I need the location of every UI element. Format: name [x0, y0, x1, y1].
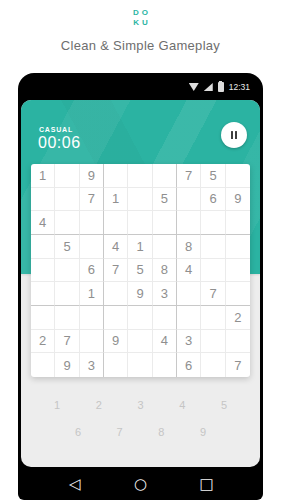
- sudoku-cell[interactable]: 7: [226, 353, 250, 377]
- sudoku-cell[interactable]: 6: [201, 188, 225, 212]
- sudoku-cell[interactable]: [55, 282, 79, 306]
- sudoku-cell[interactable]: 8: [177, 235, 201, 259]
- sudoku-cell[interactable]: 6: [177, 353, 201, 377]
- sudoku-cell[interactable]: 8: [153, 259, 177, 283]
- app-screen: CASUAL 00:06 197571569454186758419372279…: [21, 100, 260, 467]
- sudoku-cell[interactable]: [104, 211, 128, 235]
- sudoku-cell[interactable]: [226, 164, 250, 188]
- sudoku-cell[interactable]: [55, 306, 79, 330]
- sudoku-cell[interactable]: [80, 211, 104, 235]
- wifi-icon: [189, 83, 199, 91]
- sudoku-cell[interactable]: 7: [80, 188, 104, 212]
- sudoku-cell[interactable]: 6: [80, 259, 104, 283]
- home-icon[interactable]: ○: [133, 476, 149, 492]
- difficulty-label: CASUAL: [39, 126, 73, 133]
- sudoku-cell[interactable]: [55, 259, 79, 283]
- sudoku-cell[interactable]: [31, 188, 55, 212]
- back-icon[interactable]: ◁: [67, 476, 83, 492]
- sudoku-cell[interactable]: [31, 353, 55, 377]
- sudoku-cell[interactable]: [128, 353, 152, 377]
- sudoku-cell[interactable]: [226, 330, 250, 354]
- sudoku-cell[interactable]: [177, 211, 201, 235]
- sudoku-cell[interactable]: 7: [201, 282, 225, 306]
- sudoku-cell[interactable]: 9: [55, 353, 79, 377]
- picker-number-3[interactable]: 3: [133, 397, 149, 413]
- sudoku-cell[interactable]: [80, 330, 104, 354]
- sudoku-cell[interactable]: [104, 306, 128, 330]
- doku-logo: DO KU: [0, 8, 281, 28]
- sudoku-cell[interactable]: 5: [153, 188, 177, 212]
- sudoku-cell[interactable]: [31, 282, 55, 306]
- sudoku-cell[interactable]: [153, 353, 177, 377]
- sudoku-cell[interactable]: 3: [80, 353, 104, 377]
- sudoku-cell[interactable]: [177, 188, 201, 212]
- sudoku-board: 197571569454186758419372279439367: [31, 164, 250, 377]
- sudoku-cell[interactable]: [153, 164, 177, 188]
- sudoku-cell[interactable]: [55, 211, 79, 235]
- status-time: 12:31: [229, 82, 250, 92]
- number-picker-row-2: 6789: [21, 424, 260, 440]
- picker-number-9[interactable]: 9: [195, 424, 211, 440]
- picker-number-4[interactable]: 4: [174, 397, 190, 413]
- sudoku-cell[interactable]: [80, 235, 104, 259]
- sudoku-cell[interactable]: [226, 211, 250, 235]
- sudoku-cell[interactable]: 5: [55, 235, 79, 259]
- sudoku-cell[interactable]: 9: [128, 282, 152, 306]
- pause-icon: [235, 131, 237, 139]
- sudoku-cell[interactable]: [128, 306, 152, 330]
- cellular-icon: [204, 83, 213, 91]
- sudoku-cell[interactable]: 3: [153, 282, 177, 306]
- sudoku-cell[interactable]: 7: [104, 259, 128, 283]
- picker-number-7[interactable]: 7: [112, 424, 128, 440]
- picker-number-1[interactable]: 1: [49, 397, 65, 413]
- sudoku-cell[interactable]: [177, 282, 201, 306]
- sudoku-cell[interactable]: [128, 164, 152, 188]
- sudoku-cell[interactable]: [201, 235, 225, 259]
- sudoku-cell[interactable]: [201, 353, 225, 377]
- sudoku-cell[interactable]: 2: [226, 306, 250, 330]
- sudoku-cell[interactable]: 3: [177, 330, 201, 354]
- sudoku-cell[interactable]: [153, 235, 177, 259]
- sudoku-cell[interactable]: [31, 306, 55, 330]
- sudoku-cell[interactable]: [128, 211, 152, 235]
- timer-value: 00:06: [38, 134, 81, 152]
- pause-button[interactable]: [221, 122, 247, 148]
- sudoku-cell[interactable]: [153, 306, 177, 330]
- sudoku-cell[interactable]: 4: [153, 330, 177, 354]
- picker-number-5[interactable]: 5: [216, 397, 232, 413]
- sudoku-cell[interactable]: [128, 330, 152, 354]
- status-bar: 12:31: [18, 73, 263, 100]
- logo-line-bottom: KU: [0, 18, 281, 28]
- sudoku-cell[interactable]: 4: [31, 211, 55, 235]
- sudoku-cell[interactable]: 1: [128, 235, 152, 259]
- sudoku-cell[interactable]: 5: [128, 259, 152, 283]
- sudoku-cell[interactable]: [80, 306, 104, 330]
- android-nav-bar: ◁ ○ □: [18, 467, 263, 500]
- number-picker-row-1: 12345: [21, 397, 260, 413]
- sudoku-cell[interactable]: [31, 235, 55, 259]
- sudoku-cell[interactable]: [153, 211, 177, 235]
- sudoku-cell[interactable]: [128, 188, 152, 212]
- sudoku-cell[interactable]: [55, 164, 79, 188]
- picker-number-2[interactable]: 2: [91, 397, 107, 413]
- sudoku-cell[interactable]: [104, 282, 128, 306]
- status-icons: 12:31: [189, 82, 250, 92]
- sudoku-cell[interactable]: [104, 353, 128, 377]
- recents-icon[interactable]: □: [199, 476, 215, 492]
- picker-number-6[interactable]: 6: [70, 424, 86, 440]
- sudoku-cell[interactable]: [226, 282, 250, 306]
- sudoku-cell[interactable]: [177, 306, 201, 330]
- sudoku-cell[interactable]: 1: [104, 188, 128, 212]
- sudoku-cell[interactable]: 9: [226, 188, 250, 212]
- sudoku-cell[interactable]: [55, 188, 79, 212]
- sudoku-cell[interactable]: 7: [55, 330, 79, 354]
- sudoku-cell[interactable]: 7: [177, 164, 201, 188]
- sudoku-cell[interactable]: [201, 330, 225, 354]
- sudoku-cell[interactable]: [201, 211, 225, 235]
- phone-frame: 12:31 CASUAL 00:06 197571569454186758419…: [18, 73, 263, 500]
- sudoku-cell[interactable]: 4: [177, 259, 201, 283]
- tagline: Clean & Simple Gameplay: [0, 38, 281, 53]
- sudoku-cell[interactable]: 1: [80, 282, 104, 306]
- pause-icon: [231, 131, 233, 139]
- sudoku-cell[interactable]: 5: [201, 164, 225, 188]
- sudoku-cell[interactable]: 1: [31, 164, 55, 188]
- sudoku-cell[interactable]: [226, 235, 250, 259]
- sudoku-cell[interactable]: [201, 306, 225, 330]
- sudoku-cell[interactable]: 9: [104, 330, 128, 354]
- sudoku-cell[interactable]: [226, 259, 250, 283]
- sudoku-cell[interactable]: 2: [31, 330, 55, 354]
- sudoku-cell[interactable]: 9: [80, 164, 104, 188]
- picker-number-8[interactable]: 8: [153, 424, 169, 440]
- battery-icon: [218, 82, 224, 92]
- logo-line-top: DO: [0, 8, 281, 18]
- sudoku-cell[interactable]: [31, 259, 55, 283]
- sudoku-cell[interactable]: [104, 164, 128, 188]
- sudoku-cell[interactable]: 4: [104, 235, 128, 259]
- sudoku-cell[interactable]: [201, 259, 225, 283]
